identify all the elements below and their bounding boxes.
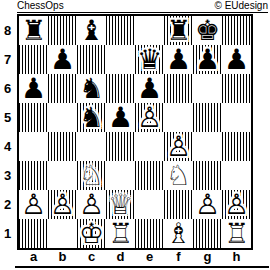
piece-black-knight-c5[interactable]: ♞ (79, 104, 104, 132)
square-d7[interactable] (106, 45, 135, 74)
piece-white-king-c1[interactable]: ♔ (79, 220, 104, 248)
file-labels: abcdefgh (19, 249, 251, 264)
piece-black-pawn-d5[interactable]: ♟ (108, 104, 133, 132)
file-label-h: h (222, 249, 251, 264)
square-f6[interactable] (164, 74, 193, 103)
square-d8[interactable] (106, 16, 135, 45)
square-b8[interactable] (48, 16, 77, 45)
square-c5[interactable]: ♞ (77, 103, 106, 132)
rank-label-7: 7 (0, 45, 15, 74)
header-bar: ChessOps © EUdesign (17, 0, 268, 13)
square-g8[interactable]: ♚ (193, 16, 222, 45)
bottom-rule (15, 266, 269, 268)
piece-white-rook-d1[interactable]: ♖ (108, 220, 133, 248)
rank-label-1: 1 (0, 219, 15, 248)
piece-white-pawn-b2[interactable]: ♙ (50, 191, 75, 219)
square-f8[interactable]: ♜ (164, 16, 193, 45)
file-label-g: g (193, 249, 222, 264)
piece-black-king-g8[interactable]: ♚ (195, 17, 220, 45)
square-c7[interactable] (77, 45, 106, 74)
square-f5[interactable] (164, 103, 193, 132)
square-h5[interactable] (222, 103, 251, 132)
file-label-c: c (77, 249, 106, 264)
square-a6[interactable]: ♟ (19, 74, 48, 103)
square-a1[interactable] (19, 219, 48, 248)
square-e3[interactable] (135, 161, 164, 190)
square-e6[interactable]: ♟ (135, 74, 164, 103)
piece-black-rook-f8[interactable]: ♜ (166, 17, 191, 45)
square-d4[interactable] (106, 132, 135, 161)
square-b4[interactable] (48, 132, 77, 161)
square-h4[interactable] (222, 132, 251, 161)
rank-label-2: 2 (0, 190, 15, 219)
square-g1[interactable] (193, 219, 222, 248)
rank-label-5: 5 (0, 103, 15, 132)
piece-white-pawn-a2[interactable]: ♙ (21, 191, 46, 219)
square-e4[interactable] (135, 132, 164, 161)
piece-white-rook-h1[interactable]: ♖ (224, 220, 249, 248)
piece-black-pawn-b7[interactable]: ♟ (50, 46, 75, 74)
square-a2[interactable]: ♙ (19, 190, 48, 219)
square-h6[interactable] (222, 74, 251, 103)
square-g5[interactable] (193, 103, 222, 132)
piece-black-rook-a8[interactable]: ♜ (21, 17, 46, 45)
square-h1[interactable]: ♖ (222, 219, 251, 248)
square-a5[interactable] (19, 103, 48, 132)
rank-label-6: 6 (0, 74, 15, 103)
piece-white-pawn-c2[interactable]: ♙ (79, 191, 104, 219)
square-f3[interactable]: ♘ (164, 161, 193, 190)
square-c6[interactable]: ♞ (77, 74, 106, 103)
square-c1[interactable]: ♔ (77, 219, 106, 248)
square-a4[interactable] (19, 132, 48, 161)
square-h3[interactable] (222, 161, 251, 190)
file-label-a: a (19, 249, 48, 264)
square-d5[interactable]: ♟ (106, 103, 135, 132)
square-a8[interactable]: ♜ (19, 16, 48, 45)
square-e7[interactable]: ♛ (135, 45, 164, 74)
file-label-e: e (135, 249, 164, 264)
piece-black-pawn-g7[interactable]: ♟ (195, 46, 220, 74)
piece-black-knight-c6[interactable]: ♞ (79, 75, 104, 103)
square-f1[interactable]: ♗ (164, 219, 193, 248)
piece-white-knight-c3[interactable]: ♘ (79, 162, 104, 190)
file-label-d: d (106, 249, 135, 264)
square-a7[interactable] (19, 45, 48, 74)
square-b6[interactable] (48, 74, 77, 103)
piece-black-pawn-e6[interactable]: ♟ (137, 75, 162, 103)
square-e2[interactable] (135, 190, 164, 219)
rank-label-3: 3 (0, 161, 15, 190)
square-f4[interactable]: ♙ (164, 132, 193, 161)
square-f7[interactable]: ♟ (164, 45, 193, 74)
piece-black-pawn-f7[interactable]: ♟ (166, 46, 191, 74)
square-c4[interactable] (77, 132, 106, 161)
piece-black-pawn-h7[interactable]: ♟ (224, 46, 249, 74)
rank-label-4: 4 (0, 132, 15, 161)
square-h7[interactable]: ♟ (222, 45, 251, 74)
square-h8[interactable] (222, 16, 251, 45)
square-g2[interactable]: ♙ (193, 190, 222, 219)
piece-white-knight-f3[interactable]: ♘ (166, 162, 191, 190)
square-d3[interactable] (106, 161, 135, 190)
square-b5[interactable] (48, 103, 77, 132)
square-b7[interactable]: ♟ (48, 45, 77, 74)
square-g3[interactable] (193, 161, 222, 190)
file-label-b: b (48, 249, 77, 264)
rank-labels: 87654321 (0, 16, 15, 248)
file-label-f: f (164, 249, 193, 264)
rank-label-8: 8 (0, 16, 15, 45)
copyright-credit: © EUdesign (214, 0, 268, 12)
square-a3[interactable] (19, 161, 48, 190)
square-h2[interactable]: ♙ (222, 190, 251, 219)
piece-white-bishop-f1[interactable]: ♗ (166, 220, 191, 248)
piece-black-bishop-c8[interactable]: ♝ (79, 17, 104, 45)
square-c8[interactable]: ♝ (77, 16, 106, 45)
square-b3[interactable] (48, 161, 77, 190)
square-f2[interactable] (164, 190, 193, 219)
square-d1[interactable]: ♖ (106, 219, 135, 248)
square-d6[interactable] (106, 74, 135, 103)
square-g6[interactable] (193, 74, 222, 103)
square-d2[interactable]: ♕ (106, 190, 135, 219)
square-e1[interactable] (135, 219, 164, 248)
chess-board: ♜♝♜♚♟♛♟♟♟♟♞♟♞♟♙♙♘♘♙♙♙♕♙♙♔♖♗♖ (17, 14, 253, 250)
piece-white-pawn-f4[interactable]: ♙ (166, 133, 191, 161)
square-e5[interactable]: ♙ (135, 103, 164, 132)
square-b2[interactable]: ♙ (48, 190, 77, 219)
piece-white-queen-d2[interactable]: ♕ (108, 191, 133, 219)
app-title: ChessOps (17, 0, 64, 12)
piece-white-pawn-h2[interactable]: ♙ (224, 191, 249, 219)
square-e8[interactable] (135, 16, 164, 45)
piece-white-pawn-e5[interactable]: ♙ (137, 104, 162, 132)
piece-white-pawn-g2[interactable]: ♙ (195, 191, 220, 219)
piece-black-queen-e7[interactable]: ♛ (137, 46, 162, 74)
square-g4[interactable] (193, 132, 222, 161)
square-c2[interactable]: ♙ (77, 190, 106, 219)
piece-black-pawn-a6[interactable]: ♟ (21, 75, 46, 103)
square-c3[interactable]: ♘ (77, 161, 106, 190)
square-g7[interactable]: ♟ (193, 45, 222, 74)
square-b1[interactable] (48, 219, 77, 248)
